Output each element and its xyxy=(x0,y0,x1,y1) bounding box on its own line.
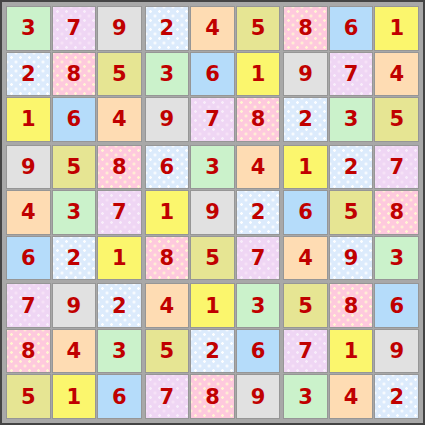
cell-r5c7[interactable]: 6 xyxy=(284,191,327,234)
cell-r1c5[interactable]: 4 xyxy=(191,7,234,50)
cell-r2c9[interactable]: 4 xyxy=(375,53,418,96)
cell-r7c3[interactable]: 2 xyxy=(98,284,141,327)
cell-r9c1[interactable]: 5 xyxy=(7,375,50,418)
cell-r6c3[interactable]: 1 xyxy=(98,237,141,280)
box-2-3: 127658493 xyxy=(284,146,418,280)
cell-r3c8[interactable]: 3 xyxy=(330,98,373,141)
cell-r3c3[interactable]: 4 xyxy=(98,98,141,141)
cell-r6c7[interactable]: 4 xyxy=(284,237,327,280)
cell-r5c5[interactable]: 9 xyxy=(191,191,234,234)
cell-r3c4[interactable]: 9 xyxy=(146,98,189,141)
cell-r7c2[interactable]: 9 xyxy=(53,284,96,327)
cell-r8c4[interactable]: 5 xyxy=(146,330,189,373)
cell-r5c8[interactable]: 5 xyxy=(330,191,373,234)
cell-r6c6[interactable]: 7 xyxy=(237,237,280,280)
box-2-2: 634192857 xyxy=(146,146,280,280)
cell-r2c2[interactable]: 8 xyxy=(53,53,96,96)
cell-r9c3[interactable]: 6 xyxy=(98,375,141,418)
cell-r7c4[interactable]: 4 xyxy=(146,284,189,327)
cell-r1c8[interactable]: 6 xyxy=(330,7,373,50)
cell-r8c3[interactable]: 3 xyxy=(98,330,141,373)
cell-r4c8[interactable]: 2 xyxy=(330,146,373,189)
cell-r8c7[interactable]: 7 xyxy=(284,330,327,373)
cell-r3c7[interactable]: 2 xyxy=(284,98,327,141)
cell-r4c4[interactable]: 6 xyxy=(146,146,189,189)
cell-r5c3[interactable]: 7 xyxy=(98,191,141,234)
cell-r8c2[interactable]: 4 xyxy=(53,330,96,373)
cell-r8c1[interactable]: 8 xyxy=(7,330,50,373)
cell-r5c9[interactable]: 8 xyxy=(375,191,418,234)
cell-r5c1[interactable]: 4 xyxy=(7,191,50,234)
cell-r2c1[interactable]: 2 xyxy=(7,53,50,96)
sudoku-board: 3792851642453619788619742359584376216341… xyxy=(0,0,425,425)
cell-r1c1[interactable]: 3 xyxy=(7,7,50,50)
cell-r7c1[interactable]: 7 xyxy=(7,284,50,327)
cell-r4c5[interactable]: 3 xyxy=(191,146,234,189)
cell-r7c8[interactable]: 8 xyxy=(330,284,373,327)
cell-r5c4[interactable]: 1 xyxy=(146,191,189,234)
cell-r1c6[interactable]: 5 xyxy=(237,7,280,50)
cell-r1c4[interactable]: 2 xyxy=(146,7,189,50)
cell-r6c5[interactable]: 5 xyxy=(191,237,234,280)
cell-r7c7[interactable]: 5 xyxy=(284,284,327,327)
cell-r9c9[interactable]: 2 xyxy=(375,375,418,418)
cell-r6c9[interactable]: 3 xyxy=(375,237,418,280)
cell-r7c6[interactable]: 3 xyxy=(237,284,280,327)
cell-r3c6[interactable]: 8 xyxy=(237,98,280,141)
box-1-1: 379285164 xyxy=(7,7,141,141)
cell-r4c1[interactable]: 9 xyxy=(7,146,50,189)
cell-r2c8[interactable]: 7 xyxy=(330,53,373,96)
cell-r3c9[interactable]: 5 xyxy=(375,98,418,141)
cell-r1c9[interactable]: 1 xyxy=(375,7,418,50)
box-1-3: 861974235 xyxy=(284,7,418,141)
cell-r5c6[interactable]: 2 xyxy=(237,191,280,234)
cell-r3c5[interactable]: 7 xyxy=(191,98,234,141)
cell-r6c8[interactable]: 9 xyxy=(330,237,373,280)
cell-r2c7[interactable]: 9 xyxy=(284,53,327,96)
cell-r9c8[interactable]: 4 xyxy=(330,375,373,418)
cell-r2c6[interactable]: 1 xyxy=(237,53,280,96)
cell-r6c4[interactable]: 8 xyxy=(146,237,189,280)
cell-r1c7[interactable]: 8 xyxy=(284,7,327,50)
cell-r1c2[interactable]: 7 xyxy=(53,7,96,50)
cell-r9c7[interactable]: 3 xyxy=(284,375,327,418)
cell-r4c7[interactable]: 1 xyxy=(284,146,327,189)
cell-r6c2[interactable]: 2 xyxy=(53,237,96,280)
cell-r9c2[interactable]: 1 xyxy=(53,375,96,418)
cell-r8c6[interactable]: 6 xyxy=(237,330,280,373)
cell-r2c4[interactable]: 3 xyxy=(146,53,189,96)
cell-r4c9[interactable]: 7 xyxy=(375,146,418,189)
cell-r2c5[interactable]: 6 xyxy=(191,53,234,96)
cell-r5c2[interactable]: 3 xyxy=(53,191,96,234)
cell-r4c2[interactable]: 5 xyxy=(53,146,96,189)
cell-r2c3[interactable]: 5 xyxy=(98,53,141,96)
box-3-2: 413526789 xyxy=(146,284,280,418)
cell-r6c1[interactable]: 6 xyxy=(7,237,50,280)
cell-r1c3[interactable]: 9 xyxy=(98,7,141,50)
cell-r9c4[interactable]: 7 xyxy=(146,375,189,418)
cell-r9c6[interactable]: 9 xyxy=(237,375,280,418)
cell-r4c3[interactable]: 8 xyxy=(98,146,141,189)
cell-r7c5[interactable]: 1 xyxy=(191,284,234,327)
cell-r8c5[interactable]: 2 xyxy=(191,330,234,373)
box-2-1: 958437621 xyxy=(7,146,141,280)
cell-r9c5[interactable]: 8 xyxy=(191,375,234,418)
box-3-1: 792843516 xyxy=(7,284,141,418)
cell-r3c2[interactable]: 6 xyxy=(53,98,96,141)
cell-r4c6[interactable]: 4 xyxy=(237,146,280,189)
box-3-3: 586719342 xyxy=(284,284,418,418)
cell-r3c1[interactable]: 1 xyxy=(7,98,50,141)
cell-r7c9[interactable]: 6 xyxy=(375,284,418,327)
box-1-2: 245361978 xyxy=(146,7,280,141)
cell-r8c8[interactable]: 1 xyxy=(330,330,373,373)
cell-r8c9[interactable]: 9 xyxy=(375,330,418,373)
